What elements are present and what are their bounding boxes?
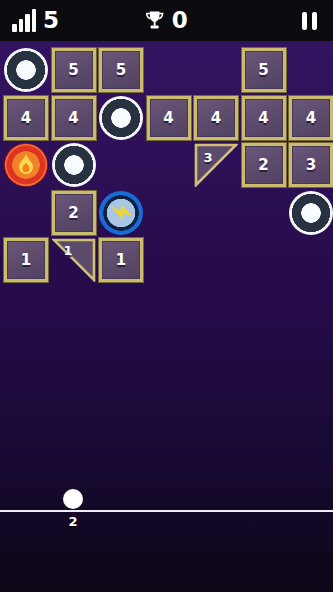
pause-button[interactable] xyxy=(298,8,321,34)
brick-value: 4 xyxy=(163,109,173,127)
brick-4: 4 xyxy=(242,96,286,140)
extra-ball-pickup xyxy=(289,191,333,235)
brick-1: 1 xyxy=(99,238,143,282)
trophy-icon xyxy=(143,9,166,32)
brick-value: 5 xyxy=(68,61,78,79)
laser-pickup xyxy=(99,191,143,235)
brick-value: 3 xyxy=(203,150,212,165)
brick-value: 5 xyxy=(258,61,268,79)
level-value: 5 xyxy=(43,9,59,32)
launch-line xyxy=(0,510,333,512)
extra-ball-pickup xyxy=(4,48,48,92)
brick-1: 1 xyxy=(4,238,48,282)
brick-5: 5 xyxy=(99,48,143,92)
brick-5: 5 xyxy=(52,48,96,92)
brick-4: 4 xyxy=(194,96,238,140)
lightning-icon xyxy=(106,197,136,227)
top-bar: 5 0 xyxy=(0,0,333,41)
extra-ball-pickup xyxy=(52,143,96,187)
triangle-brick-1: 1 xyxy=(52,238,96,282)
brick-value: 1 xyxy=(116,251,126,269)
brick-5: 5 xyxy=(242,48,286,92)
game-screen: 5 0 5554444443232111 2 xyxy=(0,0,333,592)
brick-value: 4 xyxy=(68,109,78,127)
brick-value: 2 xyxy=(258,156,268,174)
ball-count-label: 2 xyxy=(60,514,86,529)
flame-icon xyxy=(16,153,36,177)
brick-2: 2 xyxy=(52,191,96,235)
brick-value: 5 xyxy=(116,61,126,79)
brick-2: 2 xyxy=(242,143,286,187)
extra-ball-pickup xyxy=(99,96,143,140)
score-group: 0 xyxy=(143,0,188,41)
brick-value: 1 xyxy=(21,251,31,269)
brick-value: 4 xyxy=(211,109,221,127)
brick-4: 4 xyxy=(147,96,191,140)
pause-icon xyxy=(302,12,307,30)
brick-value: 2 xyxy=(68,204,78,222)
signal-bars-icon xyxy=(12,9,36,32)
score-value: 0 xyxy=(172,9,188,32)
level-group: 5 xyxy=(12,9,59,32)
brick-value: 3 xyxy=(306,156,316,174)
player-ball xyxy=(63,489,83,509)
brick-4: 4 xyxy=(289,96,333,140)
brick-value: 1 xyxy=(63,243,72,258)
playfield[interactable]: 5554444443232111 xyxy=(0,0,333,592)
triangle-brick-3: 3 xyxy=(194,143,238,187)
brick-4: 4 xyxy=(52,96,96,140)
brick-3: 3 xyxy=(289,143,333,187)
brick-value: 4 xyxy=(21,109,31,127)
brick-value: 4 xyxy=(306,109,316,127)
fireball-pickup xyxy=(5,144,47,186)
brick-4: 4 xyxy=(4,96,48,140)
brick-value: 4 xyxy=(258,109,268,127)
